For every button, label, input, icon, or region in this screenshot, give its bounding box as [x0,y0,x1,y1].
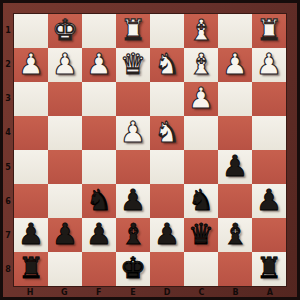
square-d3[interactable] [150,82,184,116]
square-h5[interactable] [14,150,48,184]
file-label-h: H [13,287,47,297]
square-a4[interactable] [252,116,286,150]
square-c5[interactable] [184,150,218,184]
black-knight[interactable]: ♞ [86,186,112,215]
square-e4[interactable]: ♟ [116,116,150,150]
square-g7[interactable]: ♟ [48,218,82,252]
square-e3[interactable] [116,82,150,116]
black-rook[interactable]: ♜ [18,254,44,283]
white-bishop[interactable]: ♝ [188,16,214,45]
square-e8[interactable]: ♚ [116,252,150,286]
square-a7[interactable] [252,218,286,252]
square-b1[interactable] [218,14,252,48]
square-c8[interactable] [184,252,218,286]
square-g1[interactable]: ♚ [48,14,82,48]
white-queen[interactable]: ♛ [120,50,146,79]
file-label-a: A [253,287,287,297]
square-g4[interactable] [48,116,82,150]
rank-label-1: 1 [3,13,13,47]
square-e2[interactable]: ♛ [116,48,150,82]
square-b6[interactable] [218,184,252,218]
white-pawn[interactable]: ♟ [120,118,146,147]
square-g3[interactable] [48,82,82,116]
square-d7[interactable]: ♟ [150,218,184,252]
square-a5[interactable] [252,150,286,184]
square-d5[interactable] [150,150,184,184]
black-pawn[interactable]: ♟ [18,220,44,249]
file-label-d: D [150,287,184,297]
black-pawn[interactable]: ♟ [256,186,282,215]
chess-diagram: 12345678 HGFEDCBA ♚♜♝♜♟♟♟♛♞♝♟♟♟♟♞♟♞♟♞♟♟♟… [0,0,300,300]
white-bishop[interactable]: ♝ [188,50,214,79]
square-a6[interactable]: ♟ [252,184,286,218]
black-pawn[interactable]: ♟ [120,186,146,215]
square-b8[interactable] [218,252,252,286]
square-b3[interactable] [218,82,252,116]
black-knight[interactable]: ♞ [188,186,214,215]
rank-label-7: 7 [3,219,13,253]
rank-label-4: 4 [3,116,13,150]
square-h3[interactable] [14,82,48,116]
square-c2[interactable]: ♝ [184,48,218,82]
square-f2[interactable]: ♟ [82,48,116,82]
file-label-c: C [184,287,218,297]
white-pawn[interactable]: ♟ [222,50,248,79]
square-h4[interactable] [14,116,48,150]
black-pawn[interactable]: ♟ [154,220,180,249]
file-label-b: B [219,287,253,297]
square-g5[interactable] [48,150,82,184]
black-pawn[interactable]: ♟ [52,220,78,249]
square-e5[interactable] [116,150,150,184]
white-knight[interactable]: ♞ [154,118,180,147]
square-h1[interactable] [14,14,48,48]
white-pawn[interactable]: ♟ [86,50,112,79]
square-f5[interactable] [82,150,116,184]
white-rook[interactable]: ♜ [256,16,282,45]
file-labels: HGFEDCBA [13,287,287,297]
square-e6[interactable]: ♟ [116,184,150,218]
square-b4[interactable] [218,116,252,150]
square-h8[interactable]: ♜ [14,252,48,286]
rank-label-8: 8 [3,253,13,287]
square-d2[interactable]: ♞ [150,48,184,82]
square-a8[interactable]: ♜ [252,252,286,286]
square-b7[interactable]: ♝ [218,218,252,252]
square-f6[interactable]: ♞ [82,184,116,218]
black-pawn[interactable]: ♟ [86,220,112,249]
square-a1[interactable]: ♜ [252,14,286,48]
chess-board: ♚♜♝♜♟♟♟♛♞♝♟♟♟♟♞♟♞♟♞♟♟♟♟♝♟♛♝♜♚♜ [13,13,287,287]
square-c1[interactable]: ♝ [184,14,218,48]
white-pawn[interactable]: ♟ [18,50,44,79]
square-f4[interactable] [82,116,116,150]
white-king[interactable]: ♚ [52,16,78,45]
rank-label-2: 2 [3,47,13,81]
black-pawn[interactable]: ♟ [222,152,248,181]
square-d1[interactable] [150,14,184,48]
square-f1[interactable] [82,14,116,48]
white-rook[interactable]: ♜ [120,16,146,45]
rank-label-6: 6 [3,184,13,218]
square-b5[interactable]: ♟ [218,150,252,184]
white-knight[interactable]: ♞ [154,50,180,79]
square-h7[interactable]: ♟ [14,218,48,252]
white-pawn[interactable]: ♟ [52,50,78,79]
rank-label-3: 3 [3,82,13,116]
rank-labels: 12345678 [3,13,13,287]
black-queen[interactable]: ♛ [188,220,214,249]
square-c6[interactable]: ♞ [184,184,218,218]
square-c7[interactable]: ♛ [184,218,218,252]
square-b2[interactable]: ♟ [218,48,252,82]
black-bishop[interactable]: ♝ [222,220,248,249]
square-h6[interactable] [14,184,48,218]
square-f3[interactable] [82,82,116,116]
file-label-e: E [116,287,150,297]
square-c3[interactable]: ♟ [184,82,218,116]
square-f8[interactable] [82,252,116,286]
square-c4[interactable] [184,116,218,150]
square-g8[interactable] [48,252,82,286]
square-a3[interactable] [252,82,286,116]
file-label-g: G [47,287,81,297]
file-label-f: F [82,287,116,297]
board-frame: 12345678 HGFEDCBA ♚♜♝♜♟♟♟♛♞♝♟♟♟♟♞♟♞♟♞♟♟♟… [3,3,297,297]
white-pawn[interactable]: ♟ [256,50,282,79]
black-king[interactable]: ♚ [120,254,146,283]
square-g2[interactable]: ♟ [48,48,82,82]
black-bishop[interactable]: ♝ [120,220,146,249]
rank-label-5: 5 [3,150,13,184]
square-h2[interactable]: ♟ [14,48,48,82]
square-a2[interactable]: ♟ [252,48,286,82]
square-g6[interactable] [48,184,82,218]
square-d6[interactable] [150,184,184,218]
black-rook[interactable]: ♜ [256,254,282,283]
square-e1[interactable]: ♜ [116,14,150,48]
square-d8[interactable] [150,252,184,286]
square-f7[interactable]: ♟ [82,218,116,252]
white-pawn[interactable]: ♟ [188,84,214,113]
square-d4[interactable]: ♞ [150,116,184,150]
square-e7[interactable]: ♝ [116,218,150,252]
